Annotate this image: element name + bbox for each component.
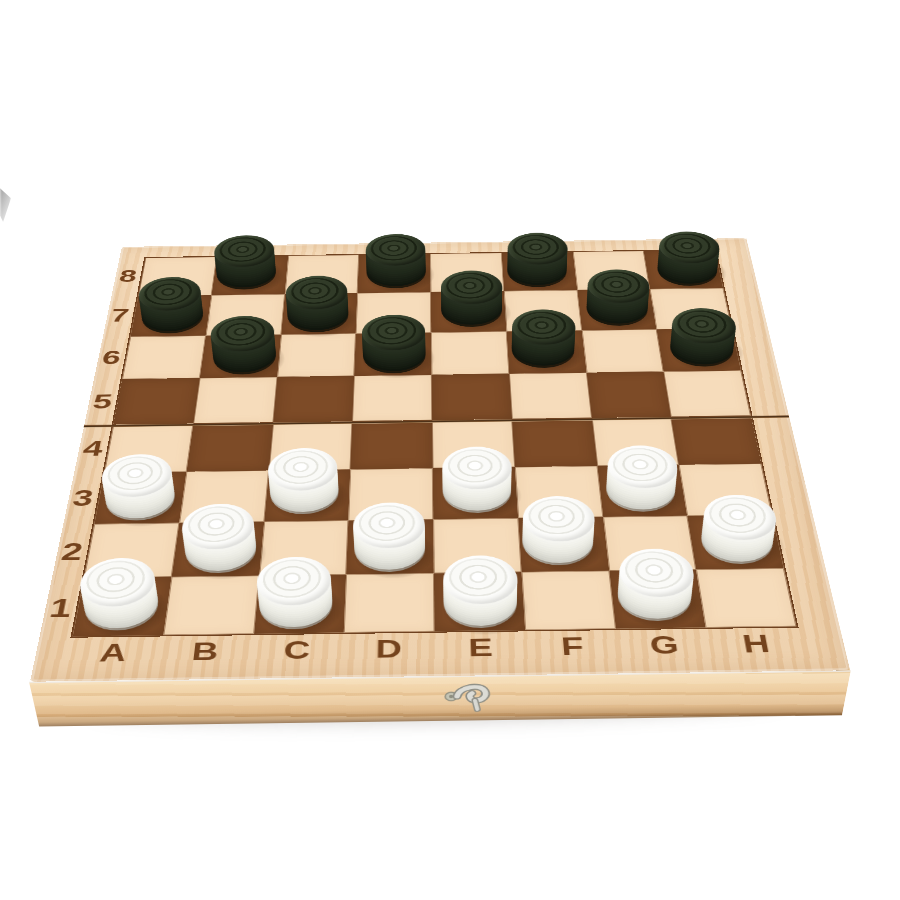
square-d4[interactable] (351, 420, 433, 469)
square-d8[interactable] (358, 254, 431, 293)
clasp-icon (444, 680, 494, 713)
square-h4[interactable] (671, 416, 761, 465)
square-b5[interactable] (193, 377, 277, 423)
square-a1[interactable] (73, 577, 172, 636)
square-g3[interactable] (597, 465, 687, 517)
square-h6[interactable] (657, 328, 741, 372)
square-f1[interactable] (521, 571, 615, 630)
square-a7[interactable] (130, 295, 211, 336)
square-b1[interactable] (163, 576, 259, 635)
playing-grid (70, 249, 798, 638)
square-c3[interactable] (264, 469, 351, 521)
square-c6[interactable] (277, 333, 356, 377)
square-h5[interactable] (664, 371, 751, 417)
square-h2[interactable] (687, 514, 783, 569)
square-f4[interactable] (512, 418, 597, 467)
square-h1[interactable] (696, 568, 796, 627)
square-g7[interactable] (577, 289, 657, 330)
square-e7[interactable] (431, 291, 507, 332)
square-a5[interactable] (113, 378, 199, 424)
square-g6[interactable] (582, 329, 664, 373)
file-label-e: E (435, 631, 529, 676)
square-e3[interactable] (433, 467, 518, 519)
checkers-board: 87654321 ABCDEFGH (30, 238, 850, 682)
square-b2[interactable] (171, 521, 263, 577)
file-label-g: G (617, 629, 715, 674)
square-a6[interactable] (122, 335, 205, 379)
square-b8[interactable] (211, 256, 288, 295)
file-label-d: D (342, 633, 435, 678)
square-g1[interactable] (609, 570, 706, 629)
square-e5[interactable] (432, 374, 512, 420)
file-label-c: C (249, 634, 344, 679)
board-surface: 87654321 ABCDEFGH (30, 238, 850, 682)
file-label-a: A (62, 636, 161, 681)
square-c1[interactable] (254, 575, 347, 634)
square-b6[interactable] (200, 334, 281, 378)
square-f2[interactable] (518, 517, 609, 572)
square-b4[interactable] (186, 422, 272, 471)
photo-artifact-left-edge (0, 186, 11, 222)
square-c7[interactable] (281, 293, 358, 334)
file-label-b: B (155, 635, 252, 680)
file-label-f: F (526, 630, 622, 675)
square-a3[interactable] (94, 471, 186, 523)
square-d6[interactable] (354, 332, 431, 376)
square-g5[interactable] (586, 372, 671, 418)
square-d2[interactable] (346, 519, 433, 575)
square-c5[interactable] (273, 376, 354, 422)
file-label-h: H (708, 628, 808, 673)
square-d5[interactable] (352, 375, 432, 421)
square-h8[interactable] (644, 250, 723, 289)
square-f5[interactable] (509, 373, 591, 419)
square-e6[interactable] (431, 331, 509, 375)
square-f6[interactable] (506, 330, 586, 374)
square-f8[interactable] (501, 252, 576, 291)
square-d1[interactable] (344, 573, 434, 632)
square-e1[interactable] (434, 572, 525, 631)
photo-scene: 87654321 ABCDEFGH (0, 0, 900, 900)
